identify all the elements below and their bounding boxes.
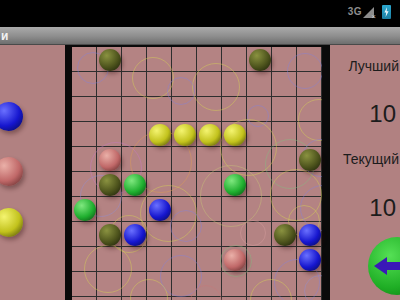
current-score-value: 10 — [369, 194, 396, 222]
ball-red[interactable] — [224, 249, 246, 271]
ball-blue[interactable] — [299, 249, 321, 271]
ball-olive[interactable] — [99, 174, 121, 196]
ball-red[interactable] — [99, 149, 121, 171]
ball-olive[interactable] — [99, 49, 121, 71]
ball-green[interactable] — [74, 199, 96, 221]
app-title: и — [1, 29, 8, 43]
ball-blue[interactable] — [149, 199, 171, 221]
board-grid[interactable] — [72, 47, 322, 300]
next-ball-red — [0, 157, 23, 186]
ball-olive[interactable] — [299, 149, 321, 171]
current-score-label: Текущий — [343, 151, 399, 167]
ball-olive[interactable] — [249, 49, 271, 71]
board-left-bar — [65, 45, 72, 300]
back-button[interactable] — [368, 237, 400, 295]
lightning-bolt-icon — [384, 7, 390, 17]
ball-blue[interactable] — [124, 224, 146, 246]
no-data-x-icon: × — [371, 13, 376, 21]
ball-yellow[interactable] — [149, 124, 171, 146]
network-type-label: 3G — [348, 6, 362, 17]
next-ball-yellow — [0, 208, 23, 237]
ball-yellow[interactable] — [199, 124, 221, 146]
game-board — [65, 45, 330, 300]
ball-blue[interactable] — [299, 224, 321, 246]
ball-green[interactable] — [124, 174, 146, 196]
ball-green[interactable] — [224, 174, 246, 196]
battery-charging-icon — [382, 5, 391, 19]
board-right-bar — [322, 45, 330, 300]
ball-olive[interactable] — [99, 224, 121, 246]
best-score-label: Лучший — [348, 58, 399, 74]
app-screen: 3G × и Лучший 10 Текущий 10 — [0, 0, 400, 300]
score-panel: Лучший 10 Текущий 10 — [330, 45, 400, 300]
title-bar: и — [0, 27, 400, 45]
ball-yellow[interactable] — [174, 124, 196, 146]
best-score-value: 10 — [369, 100, 396, 128]
next-ball-blue — [0, 102, 23, 131]
ball-yellow[interactable] — [224, 124, 246, 146]
arrow-left-icon — [374, 257, 400, 275]
status-bar: 3G × — [0, 0, 400, 27]
ball-olive[interactable] — [274, 224, 296, 246]
next-balls-panel — [0, 45, 65, 300]
